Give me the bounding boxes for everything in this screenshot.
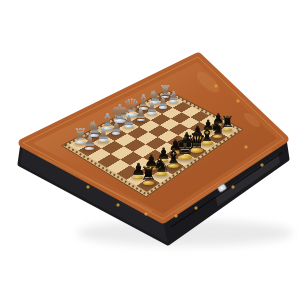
latch-knob (221, 187, 223, 189)
chess-set-photo: ♜♟♞♟♝♟♛♟♚♟♟♝♜♟♟♞♞♟♟♜♝♟♟♛♟♚♟♝♟♞♟♜ (0, 0, 300, 300)
